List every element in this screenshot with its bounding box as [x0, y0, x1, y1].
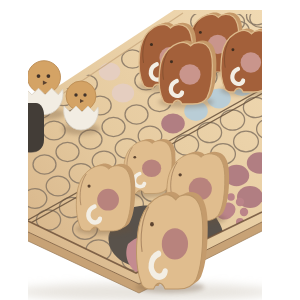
- photo-crop-top: [0, 0, 300, 10]
- mammoth-ear-circle: [97, 189, 119, 211]
- chick-head: [28, 61, 61, 94]
- photo-crop-left: [0, 0, 28, 300]
- natural-mammoth-3-piece[interactable]: [76, 164, 135, 231]
- product-photo: [0, 0, 300, 300]
- board-space-beige: [112, 84, 134, 103]
- brown-mammoth-4-piece[interactable]: [159, 41, 216, 104]
- mammoth-eye: [133, 156, 136, 159]
- photo-crop-right: [262, 0, 300, 300]
- chick-head: [66, 81, 96, 111]
- mammoth-eye: [170, 60, 173, 63]
- mammoth-eye: [150, 222, 154, 227]
- board-space-mauve: [161, 114, 185, 134]
- ludo-board-scene: [0, 0, 300, 300]
- chick-eye: [37, 74, 41, 78]
- mammoth-ear-circle: [241, 52, 261, 72]
- mammoth-eye: [150, 43, 153, 46]
- mammoth-ear-circle: [179, 64, 200, 84]
- mammoth-eye: [179, 173, 182, 176]
- mammoth-eye: [87, 185, 90, 188]
- chick-eye: [83, 93, 86, 96]
- chick-eye: [74, 93, 77, 96]
- mammoth-ear-circle: [142, 159, 161, 177]
- mammoth-eye: [199, 31, 202, 34]
- chick-eye: [47, 74, 51, 78]
- mammoth-eye: [231, 48, 234, 51]
- dark-piece-1-piece[interactable]: [26, 103, 44, 152]
- natural-mammoth-4-piece[interactable]: [137, 192, 208, 289]
- mammoth-ear-circle: [162, 228, 188, 259]
